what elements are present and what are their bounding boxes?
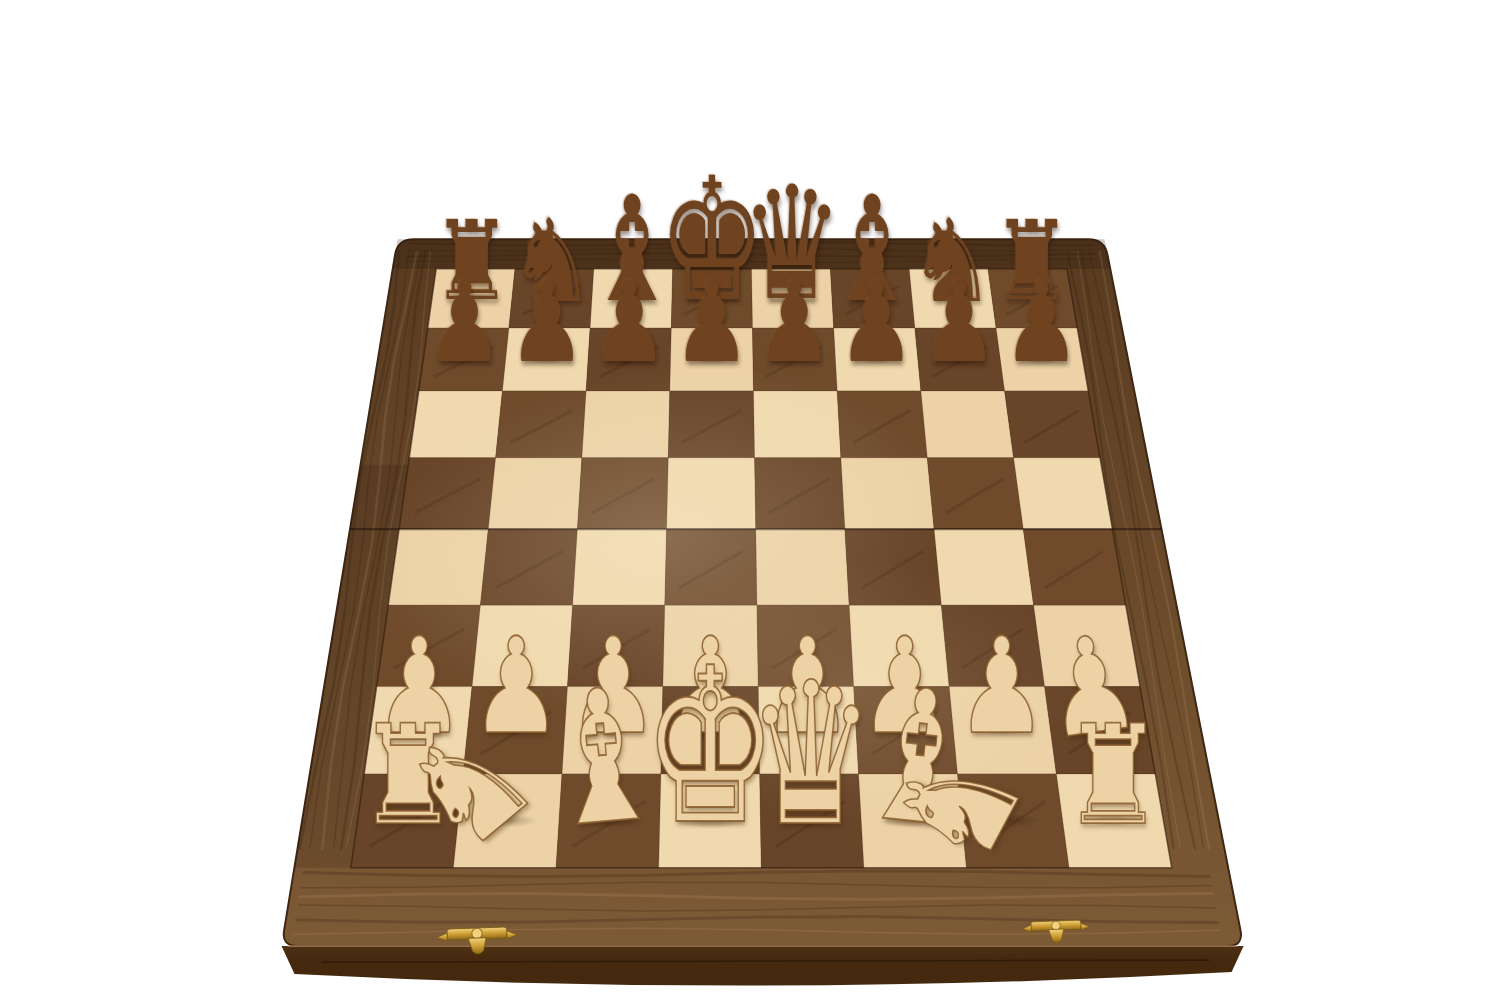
chess-set-photo: ♜♞♝♚♛♝♞♜♟♟♟♟♟♟♟♟♟♟♟♟♟♟♟♟♜♞♝♚♛♝♞♜ bbox=[0, 0, 1500, 1000]
piece-dark-pawn-c7[interactable]: ♟ bbox=[586, 266, 673, 378]
square-c4[interactable] bbox=[573, 529, 667, 605]
square-d5[interactable] bbox=[667, 458, 756, 529]
piece-glyph: ♟ bbox=[586, 266, 673, 379]
piece-glyph: ♟ bbox=[751, 266, 838, 379]
square-h4[interactable] bbox=[1023, 529, 1126, 605]
square-e5[interactable] bbox=[755, 458, 845, 529]
square-d6[interactable] bbox=[668, 391, 754, 458]
square-h6[interactable] bbox=[1005, 391, 1100, 458]
square-c6[interactable] bbox=[582, 391, 670, 458]
square-g5[interactable] bbox=[927, 458, 1023, 529]
square-c5[interactable] bbox=[577, 458, 668, 529]
piece-dark-pawn-h7[interactable]: ♟ bbox=[998, 266, 1085, 378]
square-g4[interactable] bbox=[934, 529, 1034, 605]
piece-dark-pawn-e7[interactable]: ♟ bbox=[751, 266, 838, 378]
square-a5[interactable] bbox=[399, 458, 496, 529]
square-g6[interactable] bbox=[921, 391, 1014, 458]
square-b4[interactable] bbox=[480, 529, 577, 605]
piece-glyph: ♟ bbox=[504, 266, 591, 379]
square-b5[interactable] bbox=[488, 458, 582, 529]
square-f6[interactable] bbox=[837, 391, 927, 458]
piece-glyph: ♟ bbox=[421, 266, 508, 379]
square-f4[interactable] bbox=[845, 529, 942, 605]
piece-dark-pawn-f7[interactable]: ♟ bbox=[833, 266, 920, 378]
piece-dark-pawn-d7[interactable]: ♟ bbox=[669, 266, 756, 378]
square-f5[interactable] bbox=[841, 458, 934, 529]
board-front-face bbox=[282, 946, 1244, 986]
square-e6[interactable] bbox=[754, 391, 841, 458]
piece-dark-pawn-g7[interactable]: ♟ bbox=[916, 266, 1003, 378]
piece-light-rook-h1[interactable]: ♜ bbox=[1057, 707, 1170, 845]
piece-glyph: ♟ bbox=[833, 266, 920, 379]
piece-glyph: ♟ bbox=[669, 266, 756, 379]
piece-glyph: ♟ bbox=[916, 266, 1003, 379]
piece-dark-pawn-a7[interactable]: ♟ bbox=[421, 266, 508, 378]
square-d4[interactable] bbox=[665, 529, 757, 605]
piece-glyph: ♟ bbox=[998, 266, 1085, 379]
square-a6[interactable] bbox=[409, 391, 502, 458]
square-e4[interactable] bbox=[756, 529, 849, 605]
square-a4[interactable] bbox=[388, 529, 488, 605]
square-b6[interactable] bbox=[496, 391, 586, 458]
piece-dark-pawn-b7[interactable]: ♟ bbox=[504, 266, 591, 378]
square-h5[interactable] bbox=[1014, 458, 1113, 529]
piece-glyph: ♜ bbox=[1057, 707, 1170, 845]
